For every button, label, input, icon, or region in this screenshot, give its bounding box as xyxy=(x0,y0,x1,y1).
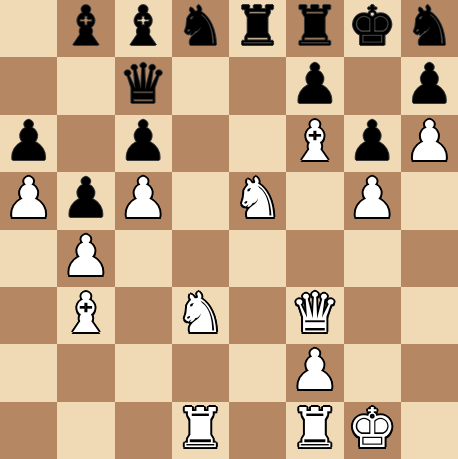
square-e3[interactable] xyxy=(229,287,286,344)
square-d3[interactable]: ♞ xyxy=(172,287,229,344)
square-f1[interactable]: ♜ xyxy=(286,402,343,459)
square-h3[interactable] xyxy=(401,287,458,344)
square-e8[interactable]: ♜ xyxy=(229,0,286,57)
square-g3[interactable] xyxy=(344,287,401,344)
square-f5[interactable] xyxy=(286,172,343,229)
square-b4[interactable]: ♟ xyxy=(57,230,114,287)
square-e1[interactable] xyxy=(229,402,286,459)
piece-white-knight[interactable]: ♞ xyxy=(233,170,282,227)
square-a1[interactable] xyxy=(0,402,57,459)
square-g7[interactable] xyxy=(344,57,401,114)
square-a7[interactable] xyxy=(0,57,57,114)
square-g1[interactable]: ♚ xyxy=(344,402,401,459)
square-f7[interactable]: ♟ xyxy=(286,57,343,114)
piece-black-pawn[interactable]: ♟ xyxy=(61,170,110,227)
square-e7[interactable] xyxy=(229,57,286,114)
square-d6[interactable] xyxy=(172,115,229,172)
square-f4[interactable] xyxy=(286,230,343,287)
piece-black-bishop[interactable]: ♝ xyxy=(61,0,110,55)
square-h6[interactable]: ♟ xyxy=(401,115,458,172)
square-c3[interactable] xyxy=(115,287,172,344)
square-b3[interactable]: ♝ xyxy=(57,287,114,344)
piece-black-pawn[interactable]: ♟ xyxy=(290,56,339,113)
square-c6[interactable]: ♟ xyxy=(115,115,172,172)
piece-white-bishop[interactable]: ♝ xyxy=(290,113,339,170)
piece-white-rook[interactable]: ♜ xyxy=(176,400,225,457)
square-c7[interactable]: ♛ xyxy=(115,57,172,114)
piece-white-pawn[interactable]: ♟ xyxy=(118,170,167,227)
square-d5[interactable] xyxy=(172,172,229,229)
square-c8[interactable]: ♝ xyxy=(115,0,172,57)
square-b8[interactable]: ♝ xyxy=(57,0,114,57)
square-a2[interactable] xyxy=(0,344,57,401)
piece-black-pawn[interactable]: ♟ xyxy=(4,113,53,170)
piece-black-pawn[interactable]: ♟ xyxy=(118,113,167,170)
square-c2[interactable] xyxy=(115,344,172,401)
chess-board: ♝♝♞♜♜♚♞♛♟♟♟♟♝♟♟♟♟♟♞♟♟♝♞♛♟♜♜♚ xyxy=(0,0,458,459)
square-a3[interactable] xyxy=(0,287,57,344)
piece-white-king[interactable]: ♚ xyxy=(347,400,396,457)
square-h8[interactable]: ♞ xyxy=(401,0,458,57)
piece-white-bishop[interactable]: ♝ xyxy=(61,285,110,342)
square-a5[interactable]: ♟ xyxy=(0,172,57,229)
piece-black-pawn[interactable]: ♟ xyxy=(405,56,454,113)
piece-black-rook[interactable]: ♜ xyxy=(290,0,339,55)
piece-white-pawn[interactable]: ♟ xyxy=(405,113,454,170)
square-d1[interactable]: ♜ xyxy=(172,402,229,459)
piece-white-pawn[interactable]: ♟ xyxy=(347,170,396,227)
square-e2[interactable] xyxy=(229,344,286,401)
square-e6[interactable] xyxy=(229,115,286,172)
square-f8[interactable]: ♜ xyxy=(286,0,343,57)
square-b6[interactable] xyxy=(57,115,114,172)
square-f3[interactable]: ♛ xyxy=(286,287,343,344)
square-h4[interactable] xyxy=(401,230,458,287)
square-g6[interactable]: ♟ xyxy=(344,115,401,172)
square-c4[interactable] xyxy=(115,230,172,287)
square-f2[interactable]: ♟ xyxy=(286,344,343,401)
square-c5[interactable]: ♟ xyxy=(115,172,172,229)
square-a6[interactable]: ♟ xyxy=(0,115,57,172)
square-e4[interactable] xyxy=(229,230,286,287)
square-g2[interactable] xyxy=(344,344,401,401)
square-b7[interactable] xyxy=(57,57,114,114)
piece-black-rook[interactable]: ♜ xyxy=(233,0,282,55)
piece-black-queen[interactable]: ♛ xyxy=(118,56,167,113)
piece-black-bishop[interactable]: ♝ xyxy=(118,0,167,55)
square-b5[interactable]: ♟ xyxy=(57,172,114,229)
square-d7[interactable] xyxy=(172,57,229,114)
square-h7[interactable]: ♟ xyxy=(401,57,458,114)
piece-white-queen[interactable]: ♛ xyxy=(290,285,339,342)
square-b2[interactable] xyxy=(57,344,114,401)
square-g8[interactable]: ♚ xyxy=(344,0,401,57)
piece-white-pawn[interactable]: ♟ xyxy=(4,170,53,227)
square-h2[interactable] xyxy=(401,344,458,401)
square-f6[interactable]: ♝ xyxy=(286,115,343,172)
piece-white-knight[interactable]: ♞ xyxy=(176,285,225,342)
piece-white-rook[interactable]: ♜ xyxy=(290,400,339,457)
piece-black-knight[interactable]: ♞ xyxy=(176,0,225,55)
square-d2[interactable] xyxy=(172,344,229,401)
square-g4[interactable] xyxy=(344,230,401,287)
piece-black-king[interactable]: ♚ xyxy=(347,0,396,55)
square-a4[interactable] xyxy=(0,230,57,287)
piece-black-knight[interactable]: ♞ xyxy=(405,0,454,55)
piece-white-pawn[interactable]: ♟ xyxy=(61,228,110,285)
square-c1[interactable] xyxy=(115,402,172,459)
square-d8[interactable]: ♞ xyxy=(172,0,229,57)
square-e5[interactable]: ♞ xyxy=(229,172,286,229)
square-h1[interactable] xyxy=(401,402,458,459)
square-a8[interactable] xyxy=(0,0,57,57)
piece-white-pawn[interactable]: ♟ xyxy=(290,342,339,399)
square-d4[interactable] xyxy=(172,230,229,287)
square-h5[interactable] xyxy=(401,172,458,229)
square-b1[interactable] xyxy=(57,402,114,459)
piece-black-pawn[interactable]: ♟ xyxy=(347,113,396,170)
square-g5[interactable]: ♟ xyxy=(344,172,401,229)
